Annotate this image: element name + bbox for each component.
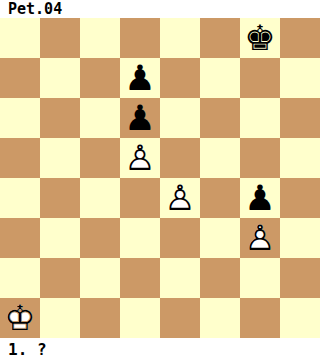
piece-fill-layer: ♟ [240,178,280,218]
chess-board: ♚♟♟♟♙♟♙♟♟♙♚♔ [0,18,320,338]
square-c3[interactable] [80,218,120,258]
square-f5[interactable] [200,138,240,178]
square-g7[interactable] [240,58,280,98]
square-b5[interactable] [40,138,80,178]
square-f7[interactable] [200,58,240,98]
piece-black-pawn[interactable]: ♟ [120,98,160,138]
square-a4[interactable] [0,178,40,218]
diagram-header: Pet.04 [0,0,320,18]
square-f6[interactable] [200,98,240,138]
square-b8[interactable] [40,18,80,58]
square-a2[interactable] [0,258,40,298]
square-g8[interactable]: ♚ [240,18,280,58]
piece-white-pawn[interactable]: ♟♙ [120,138,160,178]
piece-outline-layer: ♙ [160,178,200,218]
square-d8[interactable] [120,18,160,58]
square-c4[interactable] [80,178,120,218]
square-a3[interactable] [0,218,40,258]
square-f3[interactable] [200,218,240,258]
square-h4[interactable] [280,178,320,218]
square-a1[interactable]: ♚♔ [0,298,40,338]
square-g1[interactable] [240,298,280,338]
square-b6[interactable] [40,98,80,138]
square-a7[interactable] [0,58,40,98]
square-d3[interactable] [120,218,160,258]
square-e1[interactable] [160,298,200,338]
square-f4[interactable] [200,178,240,218]
square-b1[interactable] [40,298,80,338]
square-d6[interactable]: ♟ [120,98,160,138]
piece-black-king[interactable]: ♚ [240,18,280,58]
diagram-title: Pet.04 [8,0,62,18]
square-d4[interactable] [120,178,160,218]
square-e6[interactable] [160,98,200,138]
piece-white-king[interactable]: ♚♔ [0,298,40,338]
square-e7[interactable] [160,58,200,98]
piece-fill-layer: ♚ [240,18,280,58]
square-e4[interactable]: ♟♙ [160,178,200,218]
square-h7[interactable] [280,58,320,98]
square-h3[interactable] [280,218,320,258]
square-b7[interactable] [40,58,80,98]
square-h1[interactable] [280,298,320,338]
square-b4[interactable] [40,178,80,218]
square-a6[interactable] [0,98,40,138]
square-e8[interactable] [160,18,200,58]
piece-fill-layer: ♟ [160,178,200,218]
square-c5[interactable] [80,138,120,178]
square-h2[interactable] [280,258,320,298]
square-e5[interactable] [160,138,200,178]
piece-fill-layer: ♟ [240,218,280,258]
square-b3[interactable] [40,218,80,258]
piece-fill-layer: ♟ [120,138,160,178]
piece-outline-layer: ♙ [240,218,280,258]
square-f8[interactable] [200,18,240,58]
square-d1[interactable] [120,298,160,338]
square-c6[interactable] [80,98,120,138]
square-f1[interactable] [200,298,240,338]
square-c2[interactable] [80,258,120,298]
piece-white-pawn[interactable]: ♟♙ [160,178,200,218]
square-h8[interactable] [280,18,320,58]
piece-outline-layer: ♔ [0,298,40,338]
move-prompt: 1. ? [8,340,47,359]
piece-fill-layer: ♟ [120,98,160,138]
square-g6[interactable] [240,98,280,138]
square-d5[interactable]: ♟♙ [120,138,160,178]
square-h5[interactable] [280,138,320,178]
square-h6[interactable] [280,98,320,138]
square-c1[interactable] [80,298,120,338]
square-e3[interactable] [160,218,200,258]
square-g5[interactable] [240,138,280,178]
square-c7[interactable] [80,58,120,98]
piece-fill-layer: ♚ [0,298,40,338]
diagram-footer: 1. ? [0,338,320,360]
square-g3[interactable]: ♟♙ [240,218,280,258]
piece-black-pawn[interactable]: ♟ [240,178,280,218]
square-d7[interactable]: ♟ [120,58,160,98]
square-e2[interactable] [160,258,200,298]
piece-fill-layer: ♟ [120,58,160,98]
square-d2[interactable] [120,258,160,298]
square-b2[interactable] [40,258,80,298]
square-f2[interactable] [200,258,240,298]
piece-outline-layer: ♙ [120,138,160,178]
square-g2[interactable] [240,258,280,298]
piece-white-pawn[interactable]: ♟♙ [240,218,280,258]
square-a8[interactable] [0,18,40,58]
square-a5[interactable] [0,138,40,178]
square-c8[interactable] [80,18,120,58]
square-g4[interactable]: ♟ [240,178,280,218]
piece-black-pawn[interactable]: ♟ [120,58,160,98]
